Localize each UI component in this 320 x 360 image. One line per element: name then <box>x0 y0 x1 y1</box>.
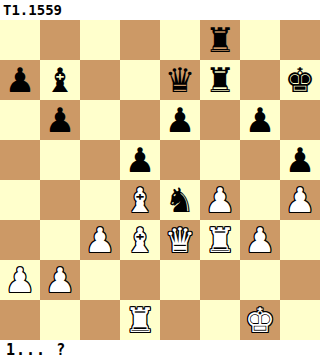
white-pawn[interactable]: ♟ <box>45 260 75 300</box>
square-c5[interactable] <box>80 140 120 180</box>
square-b2[interactable]: ♟ <box>40 260 80 300</box>
square-a5[interactable] <box>0 140 40 180</box>
square-b3[interactable] <box>40 220 80 260</box>
white-bishop[interactable]: ♝ <box>125 220 155 260</box>
square-h1[interactable] <box>280 300 320 340</box>
square-a4[interactable] <box>0 180 40 220</box>
square-c8[interactable] <box>80 20 120 60</box>
square-c6[interactable] <box>80 100 120 140</box>
white-bishop[interactable]: ♝ <box>125 180 155 220</box>
black-rook[interactable]: ♜ <box>205 20 235 60</box>
square-g5[interactable] <box>240 140 280 180</box>
white-rook[interactable]: ♜ <box>125 300 155 340</box>
square-a1[interactable] <box>0 300 40 340</box>
white-pawn[interactable]: ♟ <box>5 260 35 300</box>
square-e7[interactable]: ♛ <box>160 60 200 100</box>
square-a7[interactable]: ♟ <box>0 60 40 100</box>
black-pawn[interactable]: ♟ <box>125 140 155 180</box>
black-pawn[interactable]: ♟ <box>165 100 195 140</box>
square-g3[interactable]: ♟ <box>240 220 280 260</box>
square-a3[interactable] <box>0 220 40 260</box>
white-pawn[interactable]: ♟ <box>85 220 115 260</box>
square-c2[interactable] <box>80 260 120 300</box>
square-d7[interactable] <box>120 60 160 100</box>
puzzle-id: T1.1559 <box>0 0 320 20</box>
black-king[interactable]: ♚ <box>285 60 315 100</box>
square-d1[interactable]: ♜ <box>120 300 160 340</box>
square-g8[interactable] <box>240 20 280 60</box>
white-queen[interactable]: ♛ <box>165 220 195 260</box>
square-h8[interactable] <box>280 20 320 60</box>
black-pawn[interactable]: ♟ <box>285 140 315 180</box>
square-b8[interactable] <box>40 20 80 60</box>
square-e5[interactable] <box>160 140 200 180</box>
square-d6[interactable] <box>120 100 160 140</box>
square-b5[interactable] <box>40 140 80 180</box>
square-f2[interactable] <box>200 260 240 300</box>
square-c3[interactable]: ♟ <box>80 220 120 260</box>
white-king[interactable]: ♚ <box>245 300 275 340</box>
square-c4[interactable] <box>80 180 120 220</box>
square-e1[interactable] <box>160 300 200 340</box>
square-a6[interactable] <box>0 100 40 140</box>
black-rook[interactable]: ♜ <box>205 60 235 100</box>
square-g7[interactable] <box>240 60 280 100</box>
square-h5[interactable]: ♟ <box>280 140 320 180</box>
white-pawn[interactable]: ♟ <box>245 220 275 260</box>
square-h6[interactable] <box>280 100 320 140</box>
square-a2[interactable]: ♟ <box>0 260 40 300</box>
square-b6[interactable]: ♟ <box>40 100 80 140</box>
square-b1[interactable] <box>40 300 80 340</box>
square-f8[interactable]: ♜ <box>200 20 240 60</box>
square-h7[interactable]: ♚ <box>280 60 320 100</box>
black-queen[interactable]: ♛ <box>165 60 195 100</box>
square-e4[interactable]: ♞ <box>160 180 200 220</box>
square-f7[interactable]: ♜ <box>200 60 240 100</box>
square-g4[interactable] <box>240 180 280 220</box>
square-h2[interactable] <box>280 260 320 300</box>
black-pawn[interactable]: ♟ <box>245 100 275 140</box>
square-g2[interactable] <box>240 260 280 300</box>
square-d5[interactable]: ♟ <box>120 140 160 180</box>
chess-board: ♜♟♝♛♜♚♟♟♟♟♟♝♞♟♟♟♝♛♜♟♟♟♜♚ <box>0 20 320 340</box>
square-d3[interactable]: ♝ <box>120 220 160 260</box>
square-d4[interactable]: ♝ <box>120 180 160 220</box>
square-g1[interactable]: ♚ <box>240 300 280 340</box>
square-b4[interactable] <box>40 180 80 220</box>
move-prompt: 1... ? <box>0 340 320 360</box>
square-e3[interactable]: ♛ <box>160 220 200 260</box>
square-b7[interactable]: ♝ <box>40 60 80 100</box>
square-e2[interactable] <box>160 260 200 300</box>
square-h4[interactable]: ♟ <box>280 180 320 220</box>
white-rook[interactable]: ♜ <box>205 220 235 260</box>
square-e6[interactable]: ♟ <box>160 100 200 140</box>
black-pawn[interactable]: ♟ <box>45 100 75 140</box>
square-e8[interactable] <box>160 20 200 60</box>
square-h3[interactable] <box>280 220 320 260</box>
square-f5[interactable] <box>200 140 240 180</box>
square-f4[interactable]: ♟ <box>200 180 240 220</box>
square-f6[interactable] <box>200 100 240 140</box>
white-pawn[interactable]: ♟ <box>205 180 235 220</box>
square-c1[interactable] <box>80 300 120 340</box>
square-f1[interactable] <box>200 300 240 340</box>
square-c7[interactable] <box>80 60 120 100</box>
black-bishop[interactable]: ♝ <box>45 60 75 100</box>
square-g6[interactable]: ♟ <box>240 100 280 140</box>
square-d2[interactable] <box>120 260 160 300</box>
square-d8[interactable] <box>120 20 160 60</box>
square-a8[interactable] <box>0 20 40 60</box>
black-pawn[interactable]: ♟ <box>5 60 35 100</box>
white-pawn[interactable]: ♟ <box>285 180 315 220</box>
square-f3[interactable]: ♜ <box>200 220 240 260</box>
black-knight[interactable]: ♞ <box>165 180 195 220</box>
